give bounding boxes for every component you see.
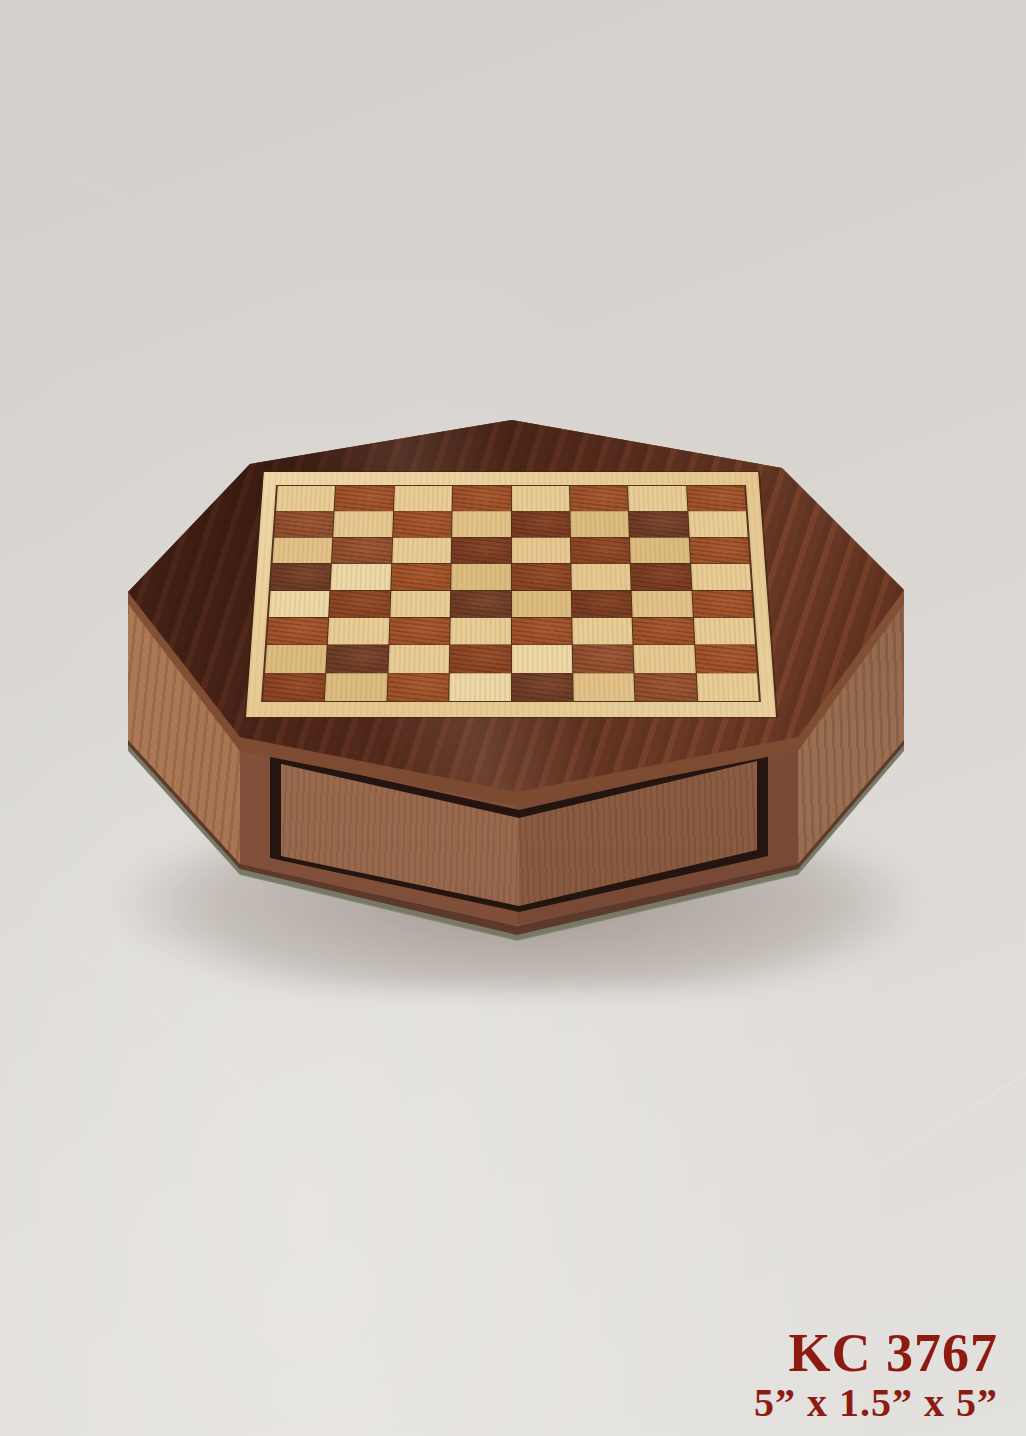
- board-square: [631, 564, 691, 590]
- board-square: [265, 645, 327, 672]
- product-photo-stage: KC 3767 5” x 1.5” x 5”: [0, 0, 1026, 1436]
- board-square: [325, 673, 387, 701]
- board-square: [390, 590, 450, 617]
- board-square: [332, 537, 392, 563]
- board-square: [274, 512, 334, 537]
- board-square: [633, 618, 694, 645]
- board-square: [511, 590, 571, 617]
- board-square: [387, 673, 449, 701]
- inlaid-chessboard: [246, 472, 776, 717]
- board-square: [393, 512, 452, 537]
- board-square: [450, 618, 510, 645]
- board-square: [692, 590, 753, 617]
- board-square: [389, 618, 450, 645]
- board-grid: [261, 485, 761, 702]
- caption: KC 3767 5” x 1.5” x 5”: [754, 1326, 998, 1424]
- board-square: [570, 486, 628, 511]
- board-square: [452, 512, 510, 537]
- board-square: [267, 618, 329, 645]
- board-square: [634, 645, 696, 672]
- board-square: [451, 590, 511, 617]
- board-square: [269, 590, 330, 617]
- board-square: [391, 564, 451, 590]
- board-square: [263, 673, 326, 701]
- board-square: [335, 486, 394, 511]
- board-square: [571, 564, 631, 590]
- backdrop-scratch: [839, 1051, 1026, 1190]
- board-square: [271, 564, 332, 590]
- board-square: [392, 537, 451, 563]
- board-square: [511, 673, 572, 701]
- board-square: [511, 537, 570, 563]
- board-square: [511, 512, 569, 537]
- board-square: [449, 673, 510, 701]
- board-square: [694, 618, 756, 645]
- board-square: [451, 564, 510, 590]
- board-square: [571, 537, 630, 563]
- board-square: [388, 645, 449, 672]
- board-square: [695, 645, 757, 672]
- board-square: [573, 645, 634, 672]
- board-square: [511, 486, 569, 511]
- board-square: [328, 618, 389, 645]
- board-square: [572, 590, 632, 617]
- board-square: [511, 618, 571, 645]
- board-square: [329, 590, 390, 617]
- board-square: [570, 512, 629, 537]
- board-square: [687, 486, 746, 511]
- board-square: [635, 673, 697, 701]
- board-square: [394, 486, 452, 511]
- board-square: [452, 537, 511, 563]
- board-square: [629, 512, 688, 537]
- board-square: [632, 590, 693, 617]
- board-square: [276, 486, 335, 511]
- board-square: [331, 564, 391, 590]
- board-square: [273, 537, 333, 563]
- backdrop-scratch: [68, 173, 233, 247]
- board-square: [689, 537, 749, 563]
- board-square: [453, 486, 511, 511]
- board-square: [334, 512, 393, 537]
- board-square: [691, 564, 752, 590]
- board-square: [696, 673, 759, 701]
- product-dimensions: 5” x 1.5” x 5”: [754, 1383, 998, 1424]
- board-square: [327, 645, 389, 672]
- board-square: [628, 486, 687, 511]
- board-square: [630, 537, 690, 563]
- board-square: [688, 512, 748, 537]
- board-square: [511, 564, 570, 590]
- product-code: KC 3767: [754, 1326, 998, 1381]
- board-square: [572, 618, 633, 645]
- board-square: [450, 645, 511, 672]
- board-square: [511, 645, 572, 672]
- board-square: [573, 673, 635, 701]
